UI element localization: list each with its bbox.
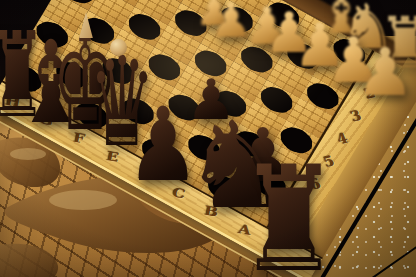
chess-photo-scene: HGFEDCBA 12345678 ♟♟♟♝♟♞♟♜♟♟♜♝♚♛♟♟♟♞♜ [0, 0, 416, 277]
dark-queen-finial[interactable] [110, 39, 127, 56]
dark-rook-front[interactable]: ♜ [232, 146, 346, 277]
light-pawn-f[interactable]: ♟ [352, 40, 416, 106]
